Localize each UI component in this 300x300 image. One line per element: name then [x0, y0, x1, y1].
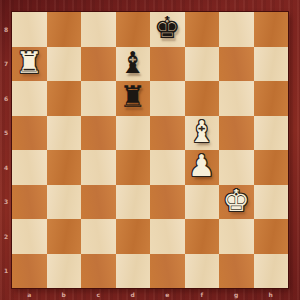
rank-label-1: 1	[0, 254, 12, 289]
square-a7[interactable]: ♜	[12, 47, 47, 82]
square-b3[interactable]	[47, 185, 82, 220]
square-c8[interactable]	[81, 12, 116, 47]
square-c1[interactable]	[81, 254, 116, 289]
square-f7[interactable]	[185, 47, 220, 82]
square-d8[interactable]	[116, 12, 151, 47]
file-label-f: f	[185, 288, 220, 300]
square-h2[interactable]	[254, 219, 289, 254]
white-king[interactable]: ♚	[223, 186, 250, 216]
square-a5[interactable]	[12, 116, 47, 151]
square-g1[interactable]	[219, 254, 254, 289]
square-b5[interactable]	[47, 116, 82, 151]
chessboard: ♚♜♝♜♝♟♚	[12, 12, 288, 288]
black-king[interactable]: ♚	[154, 13, 181, 43]
white-rook[interactable]: ♜	[16, 48, 43, 78]
square-g7[interactable]	[219, 47, 254, 82]
square-a8[interactable]	[12, 12, 47, 47]
square-a2[interactable]	[12, 219, 47, 254]
square-g4[interactable]	[219, 150, 254, 185]
file-label-g: g	[219, 288, 254, 300]
square-h3[interactable]	[254, 185, 289, 220]
square-c6[interactable]	[81, 81, 116, 116]
rank-label-7: 7	[0, 47, 12, 82]
square-f4[interactable]: ♟	[185, 150, 220, 185]
square-h7[interactable]	[254, 47, 289, 82]
file-labels: abcdefgh	[12, 288, 288, 300]
square-b8[interactable]	[47, 12, 82, 47]
square-h8[interactable]	[254, 12, 289, 47]
square-f2[interactable]	[185, 219, 220, 254]
square-h1[interactable]	[254, 254, 289, 289]
rank-label-2: 2	[0, 219, 12, 254]
rank-label-3: 3	[0, 185, 12, 220]
square-g5[interactable]	[219, 116, 254, 151]
square-e7[interactable]	[150, 47, 185, 82]
square-c3[interactable]	[81, 185, 116, 220]
square-h4[interactable]	[254, 150, 289, 185]
white-pawn[interactable]: ♟	[188, 151, 215, 181]
square-b7[interactable]	[47, 47, 82, 82]
file-label-b: b	[47, 288, 82, 300]
square-f6[interactable]	[185, 81, 220, 116]
file-label-c: c	[81, 288, 116, 300]
white-bishop[interactable]: ♝	[188, 117, 215, 147]
square-b6[interactable]	[47, 81, 82, 116]
square-e5[interactable]	[150, 116, 185, 151]
square-f1[interactable]	[185, 254, 220, 289]
square-g3[interactable]: ♚	[219, 185, 254, 220]
rank-label-4: 4	[0, 150, 12, 185]
square-d5[interactable]	[116, 116, 151, 151]
square-f8[interactable]	[185, 12, 220, 47]
square-g6[interactable]	[219, 81, 254, 116]
square-c5[interactable]	[81, 116, 116, 151]
square-e4[interactable]	[150, 150, 185, 185]
square-c4[interactable]	[81, 150, 116, 185]
square-d7[interactable]: ♝	[116, 47, 151, 82]
square-d6[interactable]: ♜	[116, 81, 151, 116]
file-label-h: h	[254, 288, 289, 300]
square-e1[interactable]	[150, 254, 185, 289]
rank-labels: 87654321	[0, 12, 12, 288]
square-b1[interactable]	[47, 254, 82, 289]
square-f3[interactable]	[185, 185, 220, 220]
square-e2[interactable]	[150, 219, 185, 254]
square-a3[interactable]	[12, 185, 47, 220]
rank-label-6: 6	[0, 81, 12, 116]
chessboard-frame: ♚♜♝♜♝♟♚ 87654321 abcdefgh	[0, 0, 300, 300]
square-a6[interactable]	[12, 81, 47, 116]
square-e8[interactable]: ♚	[150, 12, 185, 47]
square-d1[interactable]	[116, 254, 151, 289]
file-label-a: a	[12, 288, 47, 300]
square-h6[interactable]	[254, 81, 289, 116]
square-b2[interactable]	[47, 219, 82, 254]
square-g8[interactable]	[219, 12, 254, 47]
square-b4[interactable]	[47, 150, 82, 185]
file-label-d: d	[116, 288, 151, 300]
square-g2[interactable]	[219, 219, 254, 254]
black-rook[interactable]: ♜	[119, 82, 146, 112]
square-h5[interactable]	[254, 116, 289, 151]
file-label-e: e	[150, 288, 185, 300]
square-d4[interactable]	[116, 150, 151, 185]
square-d3[interactable]	[116, 185, 151, 220]
square-e6[interactable]	[150, 81, 185, 116]
square-c2[interactable]	[81, 219, 116, 254]
rank-label-8: 8	[0, 12, 12, 47]
square-f5[interactable]: ♝	[185, 116, 220, 151]
square-a4[interactable]	[12, 150, 47, 185]
square-d2[interactable]	[116, 219, 151, 254]
square-e3[interactable]	[150, 185, 185, 220]
black-bishop[interactable]: ♝	[119, 48, 146, 78]
square-c7[interactable]	[81, 47, 116, 82]
rank-label-5: 5	[0, 116, 12, 151]
square-a1[interactable]	[12, 254, 47, 289]
